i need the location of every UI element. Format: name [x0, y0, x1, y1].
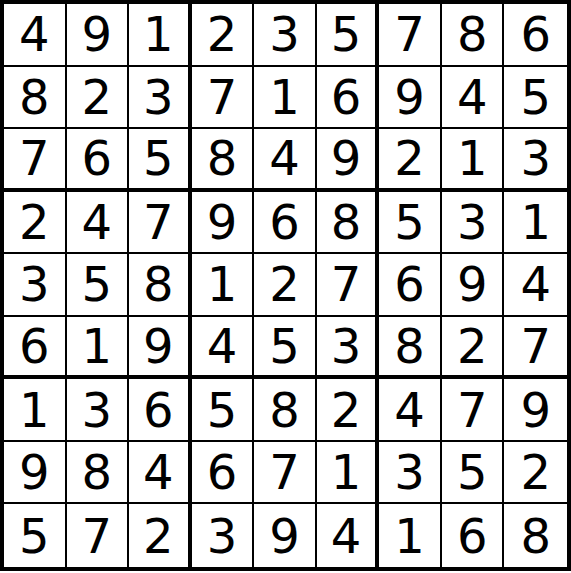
- cell-r9c3[interactable]: 2: [129, 504, 192, 567]
- cell-r5c6[interactable]: 7: [317, 254, 380, 317]
- cell-r2c2[interactable]: 2: [67, 67, 130, 130]
- cell-r9c6[interactable]: 4: [317, 504, 380, 567]
- cell-r4c6[interactable]: 8: [317, 192, 380, 255]
- cell-r3c9[interactable]: 3: [504, 129, 567, 192]
- cell-r3c5[interactable]: 4: [254, 129, 317, 192]
- cell-r7c3[interactable]: 6: [129, 379, 192, 442]
- cell-r4c3[interactable]: 7: [129, 192, 192, 255]
- cell-r1c1[interactable]: 4: [4, 4, 67, 67]
- cell-r5c3[interactable]: 8: [129, 254, 192, 317]
- cell-r2c8[interactable]: 4: [442, 67, 505, 130]
- cell-r7c4[interactable]: 5: [192, 379, 255, 442]
- cell-r8c1[interactable]: 9: [4, 442, 67, 505]
- cell-r7c2[interactable]: 3: [67, 379, 130, 442]
- cell-r4c5[interactable]: 6: [254, 192, 317, 255]
- cell-r9c8[interactable]: 6: [442, 504, 505, 567]
- cell-r3c8[interactable]: 1: [442, 129, 505, 192]
- cell-r8c5[interactable]: 7: [254, 442, 317, 505]
- cell-r1c7[interactable]: 7: [379, 4, 442, 67]
- cell-r8c2[interactable]: 8: [67, 442, 130, 505]
- cell-r7c5[interactable]: 8: [254, 379, 317, 442]
- cell-r5c7[interactable]: 6: [379, 254, 442, 317]
- cell-r3c1[interactable]: 7: [4, 129, 67, 192]
- cell-r1c4[interactable]: 2: [192, 4, 255, 67]
- cell-r5c4[interactable]: 1: [192, 254, 255, 317]
- cell-r4c2[interactable]: 4: [67, 192, 130, 255]
- cell-r4c4[interactable]: 9: [192, 192, 255, 255]
- cell-r9c7[interactable]: 1: [379, 504, 442, 567]
- cell-r2c6[interactable]: 6: [317, 67, 380, 130]
- cell-r4c1[interactable]: 2: [4, 192, 67, 255]
- cell-r2c7[interactable]: 9: [379, 67, 442, 130]
- cell-r1c6[interactable]: 5: [317, 4, 380, 67]
- cell-r1c2[interactable]: 9: [67, 4, 130, 67]
- cell-r3c2[interactable]: 6: [67, 129, 130, 192]
- cell-r4c9[interactable]: 1: [504, 192, 567, 255]
- cell-r8c4[interactable]: 6: [192, 442, 255, 505]
- cell-r9c5[interactable]: 9: [254, 504, 317, 567]
- cell-r6c6[interactable]: 3: [317, 317, 380, 380]
- cell-r7c6[interactable]: 2: [317, 379, 380, 442]
- cell-r6c5[interactable]: 5: [254, 317, 317, 380]
- cell-r7c7[interactable]: 4: [379, 379, 442, 442]
- cell-r2c3[interactable]: 3: [129, 67, 192, 130]
- cell-r8c3[interactable]: 4: [129, 442, 192, 505]
- cell-r5c9[interactable]: 4: [504, 254, 567, 317]
- cell-r8c9[interactable]: 2: [504, 442, 567, 505]
- cell-r8c7[interactable]: 3: [379, 442, 442, 505]
- cell-r9c4[interactable]: 3: [192, 504, 255, 567]
- cell-r8c8[interactable]: 5: [442, 442, 505, 505]
- cell-r6c8[interactable]: 2: [442, 317, 505, 380]
- cell-r7c9[interactable]: 9: [504, 379, 567, 442]
- cell-r5c1[interactable]: 3: [4, 254, 67, 317]
- cell-r6c7[interactable]: 8: [379, 317, 442, 380]
- cell-r1c8[interactable]: 8: [442, 4, 505, 67]
- sudoku-board: 4912357868237169457658492132479685313581…: [0, 0, 571, 571]
- cell-r7c8[interactable]: 7: [442, 379, 505, 442]
- cell-r2c9[interactable]: 5: [504, 67, 567, 130]
- cell-r2c1[interactable]: 8: [4, 67, 67, 130]
- cell-r2c5[interactable]: 1: [254, 67, 317, 130]
- cell-r8c6[interactable]: 1: [317, 442, 380, 505]
- cell-r6c9[interactable]: 7: [504, 317, 567, 380]
- cell-r6c1[interactable]: 6: [4, 317, 67, 380]
- cell-r6c2[interactable]: 1: [67, 317, 130, 380]
- cell-r1c9[interactable]: 6: [504, 4, 567, 67]
- cell-r9c9[interactable]: 8: [504, 504, 567, 567]
- cell-r6c3[interactable]: 9: [129, 317, 192, 380]
- cell-r3c6[interactable]: 9: [317, 129, 380, 192]
- cell-r1c3[interactable]: 1: [129, 4, 192, 67]
- cell-r3c4[interactable]: 8: [192, 129, 255, 192]
- cell-r3c3[interactable]: 5: [129, 129, 192, 192]
- cell-r4c7[interactable]: 5: [379, 192, 442, 255]
- cell-r7c1[interactable]: 1: [4, 379, 67, 442]
- cell-r5c2[interactable]: 5: [67, 254, 130, 317]
- cell-r6c4[interactable]: 4: [192, 317, 255, 380]
- page: 4912357868237169457658492132479685313581…: [0, 0, 571, 573]
- cell-r9c1[interactable]: 5: [4, 504, 67, 567]
- cell-r3c7[interactable]: 2: [379, 129, 442, 192]
- cell-r4c8[interactable]: 3: [442, 192, 505, 255]
- cell-r1c5[interactable]: 3: [254, 4, 317, 67]
- cell-r5c8[interactable]: 9: [442, 254, 505, 317]
- cell-r9c2[interactable]: 7: [67, 504, 130, 567]
- cell-r2c4[interactable]: 7: [192, 67, 255, 130]
- cell-r5c5[interactable]: 2: [254, 254, 317, 317]
